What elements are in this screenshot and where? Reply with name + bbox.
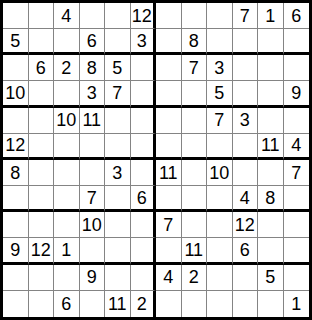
cell-r2c8[interactable]: 8 <box>182 29 208 55</box>
cell-r7c9[interactable]: 10 <box>207 160 233 186</box>
cell-r7c5[interactable]: 3 <box>105 160 131 186</box>
cell-r1c12[interactable]: 6 <box>284 3 310 29</box>
cell-r1c9[interactable] <box>207 3 233 29</box>
cell-r9c9[interactable] <box>207 212 233 238</box>
cell-r11c5[interactable] <box>105 265 131 291</box>
cell-r10c1[interactable]: 9 <box>3 238 29 264</box>
cell-r4c10[interactable] <box>233 81 259 107</box>
cell-r6c1[interactable]: 12 <box>3 134 29 160</box>
cell-r4c1[interactable]: 10 <box>3 81 29 107</box>
cell-r12c1[interactable] <box>3 291 29 317</box>
cell-r1c2[interactable] <box>29 3 55 29</box>
cell-r4c5[interactable]: 7 <box>105 81 131 107</box>
cell-r6c8[interactable] <box>182 134 208 160</box>
cell-r10c9[interactable] <box>207 238 233 264</box>
cell-r1c8[interactable] <box>182 3 208 29</box>
cell-r7c1[interactable]: 8 <box>3 160 29 186</box>
cell-r12c3[interactable]: 6 <box>54 291 80 317</box>
cell-r8c8[interactable] <box>182 186 208 212</box>
cell-r1c6[interactable]: 12 <box>131 3 157 29</box>
cell-r8c9[interactable] <box>207 186 233 212</box>
cell-r11c3[interactable] <box>54 265 80 291</box>
cell-r8c12[interactable] <box>284 186 310 212</box>
cell-r2c9[interactable] <box>207 29 233 55</box>
cell-r11c11[interactable]: 5 <box>258 265 284 291</box>
cell-r9c8[interactable] <box>182 212 208 238</box>
cell-r10c6[interactable] <box>131 238 157 264</box>
cell-r9c5[interactable] <box>105 212 131 238</box>
cell-r5c12[interactable] <box>284 108 310 134</box>
sudoku-board: 4127165638628573103759101173121148311107… <box>0 0 312 320</box>
cell-r4c7[interactable] <box>156 81 182 107</box>
cell-r9c7[interactable]: 7 <box>156 212 182 238</box>
cell-r3c4[interactable]: 8 <box>80 55 106 81</box>
cell-r12c2[interactable] <box>29 291 55 317</box>
cell-r7c8[interactable] <box>182 160 208 186</box>
cell-r2c10[interactable] <box>233 29 259 55</box>
cell-r5c10[interactable]: 3 <box>233 108 259 134</box>
cell-r6c2[interactable] <box>29 134 55 160</box>
cell-r9c10[interactable]: 12 <box>233 212 259 238</box>
cell-r11c2[interactable] <box>29 265 55 291</box>
cell-r5c5[interactable] <box>105 108 131 134</box>
cell-r3c12[interactable] <box>284 55 310 81</box>
cell-r5c6[interactable] <box>131 108 157 134</box>
cell-r2c7[interactable] <box>156 29 182 55</box>
cell-r6c11[interactable]: 11 <box>258 134 284 160</box>
cell-r5c4[interactable]: 11 <box>80 108 106 134</box>
cell-r12c5[interactable]: 11 <box>105 291 131 317</box>
cell-r3c7[interactable] <box>156 55 182 81</box>
cell-r6c3[interactable] <box>54 134 80 160</box>
cell-r4c11[interactable] <box>258 81 284 107</box>
cell-r9c1[interactable] <box>3 212 29 238</box>
cell-r6c10[interactable] <box>233 134 259 160</box>
cell-r5c9[interactable]: 7 <box>207 108 233 134</box>
cell-r11c10[interactable] <box>233 265 259 291</box>
cell-r10c3[interactable]: 1 <box>54 238 80 264</box>
cell-r5c1[interactable] <box>3 108 29 134</box>
cell-r11c9[interactable] <box>207 265 233 291</box>
cell-r12c7[interactable] <box>156 291 182 317</box>
cell-r6c12[interactable]: 4 <box>284 134 310 160</box>
cell-r10c4[interactable] <box>80 238 106 264</box>
cell-r9c6[interactable] <box>131 212 157 238</box>
cell-r7c6[interactable] <box>131 160 157 186</box>
cell-r3c9[interactable]: 3 <box>207 55 233 81</box>
cell-r3c2[interactable]: 6 <box>29 55 55 81</box>
cell-r7c2[interactable] <box>29 160 55 186</box>
cell-r12c11[interactable] <box>258 291 284 317</box>
cell-r3c3[interactable]: 2 <box>54 55 80 81</box>
cell-r7c7[interactable]: 11 <box>156 160 182 186</box>
cell-r8c1[interactable] <box>3 186 29 212</box>
cell-r10c2[interactable]: 12 <box>29 238 55 264</box>
cell-r3c1[interactable] <box>3 55 29 81</box>
cell-r7c12[interactable]: 7 <box>284 160 310 186</box>
cell-r3c8[interactable]: 7 <box>182 55 208 81</box>
cell-r8c11[interactable]: 8 <box>258 186 284 212</box>
cell-r11c4[interactable]: 9 <box>80 265 106 291</box>
cell-r10c11[interactable] <box>258 238 284 264</box>
cell-r5c3[interactable]: 10 <box>54 108 80 134</box>
cell-r2c6[interactable]: 3 <box>131 29 157 55</box>
cell-r5c7[interactable] <box>156 108 182 134</box>
cell-r11c7[interactable]: 4 <box>156 265 182 291</box>
cell-r3c6[interactable] <box>131 55 157 81</box>
cell-r3c10[interactable] <box>233 55 259 81</box>
cell-r4c9[interactable]: 5 <box>207 81 233 107</box>
cell-r1c10[interactable]: 7 <box>233 3 259 29</box>
cell-r1c5[interactable] <box>105 3 131 29</box>
cell-r9c2[interactable] <box>29 212 55 238</box>
cell-r10c8[interactable]: 11 <box>182 238 208 264</box>
cell-r5c2[interactable] <box>29 108 55 134</box>
cell-r2c5[interactable] <box>105 29 131 55</box>
cell-r1c4[interactable] <box>80 3 106 29</box>
cell-r9c4[interactable]: 10 <box>80 212 106 238</box>
cell-r5c11[interactable] <box>258 108 284 134</box>
cell-r2c2[interactable] <box>29 29 55 55</box>
cell-r3c5[interactable]: 5 <box>105 55 131 81</box>
cell-r1c3[interactable]: 4 <box>54 3 80 29</box>
cell-r7c10[interactable] <box>233 160 259 186</box>
cell-r11c6[interactable] <box>131 265 157 291</box>
cell-r4c3[interactable] <box>54 81 80 107</box>
cell-r8c4[interactable]: 7 <box>80 186 106 212</box>
cell-r10c5[interactable] <box>105 238 131 264</box>
cell-r1c7[interactable] <box>156 3 182 29</box>
cell-r12c6[interactable]: 2 <box>131 291 157 317</box>
cell-r7c11[interactable] <box>258 160 284 186</box>
cell-r10c10[interactable]: 6 <box>233 238 259 264</box>
cell-r12c10[interactable] <box>233 291 259 317</box>
cell-r6c6[interactable] <box>131 134 157 160</box>
cell-r9c3[interactable] <box>54 212 80 238</box>
cell-r2c12[interactable] <box>284 29 310 55</box>
cell-r2c11[interactable] <box>258 29 284 55</box>
cell-r12c4[interactable] <box>80 291 106 317</box>
cell-r9c11[interactable] <box>258 212 284 238</box>
cell-r7c3[interactable] <box>54 160 80 186</box>
cell-r6c5[interactable] <box>105 134 131 160</box>
cell-r8c6[interactable]: 6 <box>131 186 157 212</box>
cell-r6c9[interactable] <box>207 134 233 160</box>
cell-r9c12[interactable] <box>284 212 310 238</box>
cell-r12c8[interactable] <box>182 291 208 317</box>
cell-r4c4[interactable]: 3 <box>80 81 106 107</box>
cell-r7c4[interactable] <box>80 160 106 186</box>
cell-r12c12[interactable]: 1 <box>284 291 310 317</box>
cell-r4c8[interactable] <box>182 81 208 107</box>
cell-r10c7[interactable] <box>156 238 182 264</box>
cell-r5c8[interactable] <box>182 108 208 134</box>
cell-r1c1[interactable] <box>3 3 29 29</box>
cell-r11c12[interactable] <box>284 265 310 291</box>
cell-r11c8[interactable]: 2 <box>182 265 208 291</box>
cell-r6c4[interactable] <box>80 134 106 160</box>
cell-r12c9[interactable] <box>207 291 233 317</box>
cell-r8c10[interactable]: 4 <box>233 186 259 212</box>
cell-r2c1[interactable]: 5 <box>3 29 29 55</box>
cell-r4c2[interactable] <box>29 81 55 107</box>
cell-r2c3[interactable] <box>54 29 80 55</box>
cell-r8c7[interactable] <box>156 186 182 212</box>
cell-r6c7[interactable] <box>156 134 182 160</box>
cell-r8c2[interactable] <box>29 186 55 212</box>
cell-r3c11[interactable] <box>258 55 284 81</box>
cell-r10c12[interactable] <box>284 238 310 264</box>
cell-r2c4[interactable]: 6 <box>80 29 106 55</box>
cell-r8c3[interactable] <box>54 186 80 212</box>
cell-r4c6[interactable] <box>131 81 157 107</box>
cell-r1c11[interactable]: 1 <box>258 3 284 29</box>
cell-r4c12[interactable]: 9 <box>284 81 310 107</box>
cell-r8c5[interactable] <box>105 186 131 212</box>
cell-r11c1[interactable] <box>3 265 29 291</box>
